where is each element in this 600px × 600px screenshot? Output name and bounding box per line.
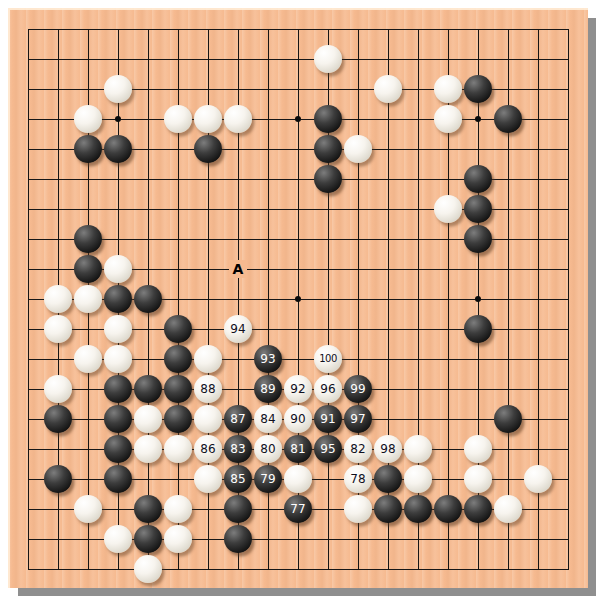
black-stone: [164, 345, 192, 373]
white-stone: [404, 435, 432, 463]
white-stone: [164, 435, 192, 463]
white-stone: [404, 465, 432, 493]
white-stone: 94: [224, 315, 252, 343]
black-stone: [464, 195, 492, 223]
white-stone: 100: [314, 345, 342, 373]
white-stone: [134, 405, 162, 433]
move-number: 77: [284, 495, 312, 523]
white-stone: [44, 375, 72, 403]
white-stone: [104, 75, 132, 103]
move-number: 79: [254, 465, 282, 493]
black-stone: [224, 495, 252, 523]
black-stone: [164, 405, 192, 433]
white-stone: [194, 345, 222, 373]
white-stone: [194, 105, 222, 133]
black-stone: [104, 135, 132, 163]
move-number: 93: [254, 345, 282, 373]
black-stone: 79: [254, 465, 282, 493]
black-stone: [374, 465, 402, 493]
white-stone: [104, 525, 132, 553]
move-number: 95: [314, 435, 342, 463]
point-label-a: A: [229, 260, 247, 278]
white-stone: 96: [314, 375, 342, 403]
black-stone: [314, 165, 342, 193]
black-stone: [44, 465, 72, 493]
white-stone: 80: [254, 435, 282, 463]
black-stone: 91: [314, 405, 342, 433]
white-stone: 82: [344, 435, 372, 463]
black-stone: 89: [254, 375, 282, 403]
move-number: 84: [254, 405, 282, 433]
move-number: 89: [254, 375, 282, 403]
white-stone: [344, 495, 372, 523]
white-stone: [374, 75, 402, 103]
white-stone: 98: [374, 435, 402, 463]
black-stone: [434, 495, 462, 523]
white-stone: [434, 195, 462, 223]
white-stone: [224, 105, 252, 133]
move-number: 85: [224, 465, 252, 493]
white-stone: [74, 495, 102, 523]
grid-vline: [568, 29, 569, 570]
black-stone: [134, 495, 162, 523]
white-stone: 86: [194, 435, 222, 463]
star-point: [295, 116, 301, 122]
black-stone: [314, 105, 342, 133]
black-stone: [314, 135, 342, 163]
move-number: 94: [224, 315, 252, 343]
black-stone: [464, 225, 492, 253]
black-stone: 77: [284, 495, 312, 523]
move-number: 100: [314, 345, 342, 373]
white-stone: [494, 495, 522, 523]
black-stone: [104, 375, 132, 403]
move-number: 91: [314, 405, 342, 433]
black-stone: 87: [224, 405, 252, 433]
white-stone: [104, 315, 132, 343]
white-stone: [314, 45, 342, 73]
white-stone: [434, 75, 462, 103]
black-stone: [104, 405, 132, 433]
move-number: 87: [224, 405, 252, 433]
black-stone: 83: [224, 435, 252, 463]
black-stone: [134, 525, 162, 553]
star-point: [115, 116, 121, 122]
white-stone: 90: [284, 405, 312, 433]
black-stone: [464, 165, 492, 193]
move-number: 99: [344, 375, 372, 403]
white-stone: [164, 105, 192, 133]
black-stone: [134, 375, 162, 403]
black-stone: [494, 405, 522, 433]
white-stone: [434, 105, 462, 133]
black-stone: [164, 315, 192, 343]
white-stone: [524, 465, 552, 493]
black-stone: 93: [254, 345, 282, 373]
black-stone: [494, 105, 522, 133]
black-stone: [464, 495, 492, 523]
white-stone: 84: [254, 405, 282, 433]
black-stone: [464, 75, 492, 103]
star-point: [475, 296, 481, 302]
star-point: [475, 116, 481, 122]
black-stone: [74, 135, 102, 163]
move-number: 80: [254, 435, 282, 463]
move-number: 82: [344, 435, 372, 463]
white-stone: [194, 405, 222, 433]
black-stone: 99: [344, 375, 372, 403]
black-stone: 81: [284, 435, 312, 463]
move-number: 92: [284, 375, 312, 403]
white-stone: [44, 285, 72, 313]
star-point: [295, 296, 301, 302]
move-number: 81: [284, 435, 312, 463]
move-number: 97: [344, 405, 372, 433]
move-number: 83: [224, 435, 252, 463]
white-stone: [134, 555, 162, 583]
white-stone: [74, 285, 102, 313]
page: 9493100888992969987849091978683808195829…: [0, 0, 600, 600]
black-stone: [74, 255, 102, 283]
black-stone: [164, 375, 192, 403]
white-stone: [464, 465, 492, 493]
black-stone: [194, 135, 222, 163]
black-stone: [104, 435, 132, 463]
move-number: 90: [284, 405, 312, 433]
white-stone: [104, 345, 132, 373]
move-number: 86: [194, 435, 222, 463]
white-stone: [74, 105, 102, 133]
white-stone: [164, 495, 192, 523]
white-stone: 78: [344, 465, 372, 493]
white-stone: [464, 435, 492, 463]
move-number: 98: [374, 435, 402, 463]
white-stone: [44, 315, 72, 343]
white-stone: [164, 525, 192, 553]
white-stone: [344, 135, 372, 163]
move-number: 78: [344, 465, 372, 493]
go-board[interactable]: 9493100888992969987849091978683808195829…: [8, 8, 588, 588]
black-stone: [44, 405, 72, 433]
move-number: 88: [194, 375, 222, 403]
white-stone: [284, 465, 312, 493]
white-stone: [104, 255, 132, 283]
black-stone: [74, 225, 102, 253]
white-stone: [74, 345, 102, 373]
black-stone: 95: [314, 435, 342, 463]
black-stone: [134, 285, 162, 313]
black-stone: [104, 285, 132, 313]
white-stone: [194, 465, 222, 493]
black-stone: [464, 315, 492, 343]
black-stone: 97: [344, 405, 372, 433]
move-number: 96: [314, 375, 342, 403]
black-stone: [104, 465, 132, 493]
black-stone: 85: [224, 465, 252, 493]
white-stone: 88: [194, 375, 222, 403]
white-stone: 92: [284, 375, 312, 403]
white-stone: [134, 435, 162, 463]
grid-hline: [28, 569, 569, 570]
black-stone: [224, 525, 252, 553]
black-stone: [374, 495, 402, 523]
black-stone: [404, 495, 432, 523]
